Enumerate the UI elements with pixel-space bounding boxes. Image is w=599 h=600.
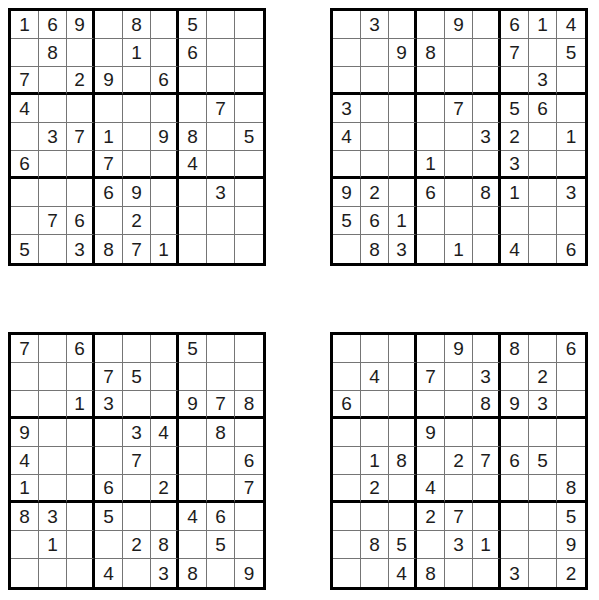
cell-r5c5 <box>123 123 151 151</box>
cell-r1c5: 8 <box>123 11 151 39</box>
cell-r7c8 <box>529 503 557 531</box>
cell-r7c8: 3 <box>207 179 235 207</box>
cell-r1c1 <box>333 335 361 363</box>
cell-r1c6 <box>473 11 501 39</box>
cell-r3c3 <box>389 67 417 95</box>
cell-r6c2 <box>361 151 389 179</box>
cell-r9c2: 8 <box>361 235 389 263</box>
cell-r3c3: 2 <box>67 67 95 95</box>
cell-r5c1: 4 <box>11 447 39 475</box>
cell-r1c6 <box>151 335 179 363</box>
cell-r8c4 <box>417 531 445 559</box>
cell-r1c9 <box>235 11 263 39</box>
cell-r8c6 <box>473 207 501 235</box>
sudoku-board-top-left: 1698581672964737198567469376253871 <box>8 8 266 266</box>
cell-r2c1 <box>333 39 361 67</box>
cell-r6c2: 2 <box>361 475 389 503</box>
cell-r2c9 <box>557 363 585 391</box>
cell-r2c6 <box>151 39 179 67</box>
cell-r2c4: 7 <box>95 363 123 391</box>
cell-r1c3 <box>389 335 417 363</box>
cell-r6c8 <box>207 151 235 179</box>
cell-r1c2: 6 <box>39 11 67 39</box>
cell-r9c6: 3 <box>151 559 179 587</box>
cell-r1c1 <box>333 11 361 39</box>
cell-r8c8 <box>529 207 557 235</box>
cell-r9c6 <box>473 559 501 587</box>
cell-r1c6 <box>473 335 501 363</box>
cell-r8c5: 3 <box>445 531 473 559</box>
cell-r1c5: 9 <box>445 335 473 363</box>
cell-r6c9 <box>235 151 263 179</box>
cell-r8c7 <box>179 207 207 235</box>
cell-r2c4: 8 <box>417 39 445 67</box>
cell-r7c3 <box>389 503 417 531</box>
cell-r6c1: 1 <box>11 475 39 503</box>
cell-r4c4 <box>95 419 123 447</box>
cell-r7c7: 1 <box>501 179 529 207</box>
cell-r8c9 <box>557 207 585 235</box>
cell-r6c1 <box>333 475 361 503</box>
cell-r6c8 <box>529 151 557 179</box>
sudoku-board-top-right: 3961498753375643211392681356183146 <box>330 8 588 266</box>
cell-r8c2: 6 <box>361 207 389 235</box>
cell-r9c5 <box>445 559 473 587</box>
cell-r2c5 <box>445 363 473 391</box>
sudoku-sheet: 1698581672964737198567469376253871 39614… <box>0 0 599 600</box>
cell-r5c9: 6 <box>235 447 263 475</box>
sudoku-board-bottom-right: 986473268939182765248275853194832 <box>330 332 588 590</box>
cell-r3c5 <box>123 391 151 419</box>
cell-r2c7: 7 <box>501 39 529 67</box>
cell-r3c9 <box>557 67 585 95</box>
cell-r2c9: 5 <box>557 39 585 67</box>
cell-r5c7: 8 <box>179 123 207 151</box>
cell-r9c3: 3 <box>389 235 417 263</box>
cell-r3c8: 3 <box>529 67 557 95</box>
cell-r8c3: 1 <box>389 207 417 235</box>
cell-r3c1 <box>11 391 39 419</box>
cell-r8c9: 9 <box>557 531 585 559</box>
cell-r6c7: 3 <box>501 151 529 179</box>
cell-r8c8 <box>529 531 557 559</box>
cell-r5c3: 8 <box>389 447 417 475</box>
cell-r4c7 <box>179 95 207 123</box>
cell-r7c9: 3 <box>557 179 585 207</box>
cell-r7c6: 8 <box>473 179 501 207</box>
cell-r1c2: 3 <box>361 11 389 39</box>
cell-r2c4: 7 <box>417 363 445 391</box>
cell-r5c8: 5 <box>529 447 557 475</box>
cell-r4c8: 6 <box>529 95 557 123</box>
cell-r3c6 <box>473 67 501 95</box>
cell-r2c8 <box>207 39 235 67</box>
cell-r3c2 <box>361 67 389 95</box>
cell-r2c3 <box>389 363 417 391</box>
cell-r6c4: 1 <box>417 151 445 179</box>
cell-r9c2 <box>39 235 67 263</box>
cell-r5c5 <box>445 123 473 151</box>
cell-r1c8 <box>207 335 235 363</box>
cell-r4c4: 9 <box>417 419 445 447</box>
cell-r8c3: 6 <box>67 207 95 235</box>
cell-r9c1 <box>11 559 39 587</box>
cell-r8c5: 2 <box>123 207 151 235</box>
cell-r2c8 <box>529 39 557 67</box>
cell-r9c4: 8 <box>95 235 123 263</box>
cell-r4c2 <box>361 419 389 447</box>
cell-r3c2 <box>39 391 67 419</box>
cell-r9c6 <box>473 235 501 263</box>
cell-r5c6: 3 <box>473 123 501 151</box>
cell-r7c2 <box>39 179 67 207</box>
cell-r9c1: 5 <box>11 235 39 263</box>
cell-r5c1 <box>11 123 39 151</box>
cell-r2c3 <box>67 39 95 67</box>
cell-r7c6 <box>151 503 179 531</box>
cell-r7c1 <box>11 179 39 207</box>
cell-r8c8: 5 <box>207 531 235 559</box>
cell-r1c9 <box>235 335 263 363</box>
cell-r7c4: 6 <box>95 179 123 207</box>
cell-r4c5: 3 <box>123 419 151 447</box>
cell-r3c9: 8 <box>235 391 263 419</box>
cell-r5c9: 5 <box>235 123 263 151</box>
cell-r5c8 <box>207 123 235 151</box>
cell-r7c2 <box>361 503 389 531</box>
cell-r6c6 <box>473 151 501 179</box>
cell-r8c4 <box>417 207 445 235</box>
cell-r4c3 <box>67 95 95 123</box>
cell-r7c5: 9 <box>123 179 151 207</box>
cell-r8c1 <box>11 207 39 235</box>
cell-r9c3 <box>67 559 95 587</box>
cell-r5c2: 1 <box>361 447 389 475</box>
cell-r9c9: 9 <box>235 559 263 587</box>
cell-r4c3 <box>67 419 95 447</box>
cell-r4c9 <box>235 419 263 447</box>
cell-r5c1: 4 <box>333 123 361 151</box>
cell-r9c9: 2 <box>557 559 585 587</box>
sudoku-board-bottom-left: 7657513978934847616278354612854389 <box>8 332 266 590</box>
cell-r1c4 <box>417 11 445 39</box>
cell-r1c3 <box>389 11 417 39</box>
cell-r5c2 <box>361 123 389 151</box>
cell-r8c7 <box>501 531 529 559</box>
cell-r6c7 <box>179 475 207 503</box>
cell-r9c1 <box>333 235 361 263</box>
cell-r5c8 <box>529 123 557 151</box>
cell-r4c7 <box>179 419 207 447</box>
cell-r4c1: 4 <box>11 95 39 123</box>
cell-r3c6: 8 <box>473 391 501 419</box>
cell-r4c5 <box>445 419 473 447</box>
cell-r6c4: 4 <box>417 475 445 503</box>
cell-r6c8 <box>529 475 557 503</box>
cell-r6c6 <box>151 151 179 179</box>
cell-r6c3 <box>67 475 95 503</box>
cell-r6c9: 8 <box>557 475 585 503</box>
cell-r3c5 <box>445 391 473 419</box>
cell-r8c1 <box>333 531 361 559</box>
cell-r4c2 <box>39 95 67 123</box>
cell-r3c1 <box>333 67 361 95</box>
cell-r8c7 <box>179 531 207 559</box>
cell-r6c9 <box>557 151 585 179</box>
cell-r5c4 <box>417 447 445 475</box>
cell-r9c6: 1 <box>151 235 179 263</box>
cell-r2c3: 9 <box>389 39 417 67</box>
cell-r6c3 <box>67 151 95 179</box>
cell-r9c5: 7 <box>123 235 151 263</box>
cell-r6c5 <box>445 151 473 179</box>
cell-r5c4 <box>95 447 123 475</box>
cell-r6c6: 2 <box>151 475 179 503</box>
cell-r2c9 <box>235 363 263 391</box>
cell-r4c3 <box>389 419 417 447</box>
cell-r1c3: 9 <box>67 11 95 39</box>
cell-r6c8 <box>207 475 235 503</box>
cell-r6c3 <box>389 151 417 179</box>
cell-r9c3: 4 <box>389 559 417 587</box>
cell-r8c1 <box>11 531 39 559</box>
cell-r2c2 <box>361 39 389 67</box>
cell-r2c3 <box>67 363 95 391</box>
cell-r9c2 <box>39 559 67 587</box>
cell-r9c9 <box>235 235 263 263</box>
cell-r1c1: 7 <box>11 335 39 363</box>
cell-r1c4 <box>95 11 123 39</box>
cell-r1c6 <box>151 11 179 39</box>
cell-r5c5: 2 <box>445 447 473 475</box>
cell-r2c1 <box>11 363 39 391</box>
cell-r4c7: 5 <box>501 95 529 123</box>
cell-r2c1 <box>11 39 39 67</box>
cell-r9c7 <box>179 235 207 263</box>
cell-r9c8 <box>529 235 557 263</box>
cell-r4c1: 3 <box>333 95 361 123</box>
cell-r5c5: 7 <box>123 447 151 475</box>
cell-r3c9 <box>557 391 585 419</box>
cell-r4c5: 7 <box>445 95 473 123</box>
cell-r8c3: 5 <box>389 531 417 559</box>
cell-r7c7 <box>501 503 529 531</box>
cell-r4c5 <box>123 95 151 123</box>
cell-r5c1 <box>333 447 361 475</box>
cell-r9c3: 3 <box>67 235 95 263</box>
cell-r8c9 <box>235 531 263 559</box>
cell-r1c7: 6 <box>501 11 529 39</box>
cell-r4c2 <box>39 419 67 447</box>
cell-r2c1 <box>333 363 361 391</box>
cell-r7c6 <box>151 179 179 207</box>
cell-r2c8: 2 <box>529 363 557 391</box>
cell-r7c2: 3 <box>39 503 67 531</box>
cell-r7c3 <box>67 503 95 531</box>
cell-r8c4 <box>95 207 123 235</box>
cell-r8c6: 1 <box>473 531 501 559</box>
cell-r7c4: 5 <box>95 503 123 531</box>
cell-r1c5: 9 <box>445 11 473 39</box>
cell-r3c5 <box>123 67 151 95</box>
cell-r4c1: 9 <box>11 419 39 447</box>
cell-r2c9 <box>235 39 263 67</box>
cell-r7c2: 2 <box>361 179 389 207</box>
cell-r5c6: 9 <box>151 123 179 151</box>
cell-r7c1: 8 <box>11 503 39 531</box>
cell-r1c7: 8 <box>501 335 529 363</box>
cell-r3c5 <box>445 67 473 95</box>
cell-r3c2 <box>39 67 67 95</box>
cell-r2c5 <box>445 39 473 67</box>
cell-r2c6: 3 <box>473 363 501 391</box>
cell-r8c6: 8 <box>151 531 179 559</box>
cell-r1c4 <box>95 335 123 363</box>
cell-r8c8 <box>207 207 235 235</box>
cell-r6c3 <box>389 475 417 503</box>
cell-r7c4: 6 <box>417 179 445 207</box>
cell-r3c7: 9 <box>501 391 529 419</box>
cell-r1c2 <box>39 335 67 363</box>
cell-r3c7: 9 <box>179 391 207 419</box>
cell-r7c3 <box>67 179 95 207</box>
cell-r7c9 <box>235 179 263 207</box>
cell-r9c9: 6 <box>557 235 585 263</box>
cell-r4c9 <box>557 95 585 123</box>
cell-r2c6 <box>473 39 501 67</box>
cell-r2c2: 4 <box>361 363 389 391</box>
cell-r5c7: 6 <box>501 447 529 475</box>
cell-r8c2: 1 <box>39 531 67 559</box>
cell-r6c2 <box>39 475 67 503</box>
cell-r3c4: 3 <box>95 391 123 419</box>
cell-r6c6 <box>473 475 501 503</box>
cell-r9c7: 8 <box>179 559 207 587</box>
cell-r7c1 <box>333 503 361 531</box>
cell-r1c9: 6 <box>557 335 585 363</box>
cell-r4c6: 4 <box>151 419 179 447</box>
cell-r1c8 <box>529 335 557 363</box>
cell-r7c7: 4 <box>179 503 207 531</box>
cell-r3c4 <box>417 391 445 419</box>
cell-r8c2: 7 <box>39 207 67 235</box>
cell-r4c6 <box>151 95 179 123</box>
cell-r7c5 <box>445 179 473 207</box>
cell-r8c9 <box>235 207 263 235</box>
cell-r5c2 <box>39 447 67 475</box>
cell-r3c7 <box>179 67 207 95</box>
cell-r2c5: 5 <box>123 363 151 391</box>
cell-r1c5 <box>123 335 151 363</box>
cell-r5c3 <box>389 123 417 151</box>
cell-r9c8 <box>207 235 235 263</box>
cell-r7c9 <box>235 503 263 531</box>
cell-r1c1: 1 <box>11 11 39 39</box>
cell-r1c7: 5 <box>179 335 207 363</box>
cell-r4c3 <box>389 95 417 123</box>
cell-r9c1 <box>333 559 361 587</box>
cell-r4c9 <box>557 419 585 447</box>
cell-r6c5 <box>123 151 151 179</box>
cell-r4c7 <box>501 419 529 447</box>
cell-r5c9: 1 <box>557 123 585 151</box>
cell-r3c8: 7 <box>207 391 235 419</box>
cell-r3c4: 9 <box>95 67 123 95</box>
cell-r3c8: 3 <box>529 391 557 419</box>
cell-r2c6 <box>151 363 179 391</box>
cell-r4c2 <box>361 95 389 123</box>
cell-r4c8: 8 <box>207 419 235 447</box>
cell-r9c7: 3 <box>501 559 529 587</box>
cell-r3c4 <box>417 67 445 95</box>
cell-r5c3 <box>67 447 95 475</box>
cell-r9c5 <box>123 559 151 587</box>
cell-r6c1: 6 <box>11 151 39 179</box>
cell-r8c7 <box>501 207 529 235</box>
cell-r3c6 <box>151 391 179 419</box>
cell-r4c6 <box>473 95 501 123</box>
cell-r3c1: 6 <box>333 391 361 419</box>
cell-r9c8 <box>207 559 235 587</box>
cell-r7c9: 5 <box>557 503 585 531</box>
cell-r6c5 <box>123 475 151 503</box>
cell-r2c2 <box>39 363 67 391</box>
cell-r2c7: 6 <box>179 39 207 67</box>
cell-r8c5 <box>445 207 473 235</box>
cell-r5c6 <box>151 447 179 475</box>
cell-r2c8 <box>207 363 235 391</box>
cell-r8c5: 2 <box>123 531 151 559</box>
cell-r7c8 <box>529 179 557 207</box>
cell-r9c4 <box>417 235 445 263</box>
cell-r1c4 <box>417 335 445 363</box>
cell-r7c7 <box>179 179 207 207</box>
cell-r3c3: 1 <box>67 391 95 419</box>
cell-r8c2: 8 <box>361 531 389 559</box>
cell-r7c1: 9 <box>333 179 361 207</box>
cell-r2c7 <box>179 363 207 391</box>
cell-r6c4: 6 <box>95 475 123 503</box>
cell-r1c2 <box>361 335 389 363</box>
cell-r1c9: 4 <box>557 11 585 39</box>
cell-r4c4 <box>95 95 123 123</box>
cell-r5c3: 7 <box>67 123 95 151</box>
cell-r6c1 <box>333 151 361 179</box>
cell-r7c6 <box>473 503 501 531</box>
cell-r3c8 <box>207 67 235 95</box>
cell-r5c7 <box>179 447 207 475</box>
cell-r2c4 <box>95 39 123 67</box>
cell-r7c4: 2 <box>417 503 445 531</box>
cell-r3c2 <box>361 391 389 419</box>
cell-r9c4: 8 <box>417 559 445 587</box>
cell-r6c7 <box>501 475 529 503</box>
cell-r2c2: 8 <box>39 39 67 67</box>
cell-r8c1: 5 <box>333 207 361 235</box>
cell-r3c9 <box>235 67 263 95</box>
cell-r6c5 <box>445 475 473 503</box>
cell-r1c8: 1 <box>529 11 557 39</box>
cell-r6c9: 7 <box>235 475 263 503</box>
cell-r3c7 <box>501 67 529 95</box>
cell-r7c5: 7 <box>445 503 473 531</box>
cell-r6c2 <box>39 151 67 179</box>
cell-r7c8: 6 <box>207 503 235 531</box>
cell-r4c8: 7 <box>207 95 235 123</box>
cell-r1c8 <box>207 11 235 39</box>
cell-r9c4: 4 <box>95 559 123 587</box>
cell-r8c4 <box>95 531 123 559</box>
